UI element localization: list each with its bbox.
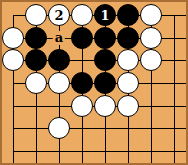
black-stone <box>25 49 47 71</box>
white-stone <box>71 4 93 26</box>
black-stone <box>48 49 70 71</box>
black-stone <box>71 27 93 49</box>
white-stone <box>117 95 139 117</box>
grid-line-horizontal <box>13 151 186 152</box>
stone-label-1: 1 <box>100 9 109 22</box>
white-stone <box>94 95 116 117</box>
black-stone <box>25 27 47 49</box>
black-stone-1: 1 <box>94 4 116 26</box>
white-stone <box>25 4 47 26</box>
black-stone <box>117 4 139 26</box>
white-stone <box>25 72 47 94</box>
black-stone <box>94 49 116 71</box>
white-stone <box>140 4 162 26</box>
white-stone <box>140 27 162 49</box>
point-label-a: a <box>53 31 65 45</box>
white-stone <box>117 49 139 71</box>
black-stone <box>117 27 139 49</box>
black-stone <box>94 27 116 49</box>
white-stone <box>2 27 24 49</box>
black-stone <box>94 72 116 94</box>
white-stone <box>2 49 24 71</box>
white-stone <box>140 49 162 71</box>
white-stone-2: 2 <box>48 4 70 26</box>
go-board-diagram: a21 <box>0 0 188 165</box>
stone-label-2: 2 <box>54 9 63 22</box>
white-stone <box>117 72 139 94</box>
white-stone <box>48 72 70 94</box>
grid-line-horizontal <box>13 128 186 129</box>
white-stone <box>71 95 93 117</box>
white-stone <box>48 117 70 139</box>
black-stone <box>71 72 93 94</box>
